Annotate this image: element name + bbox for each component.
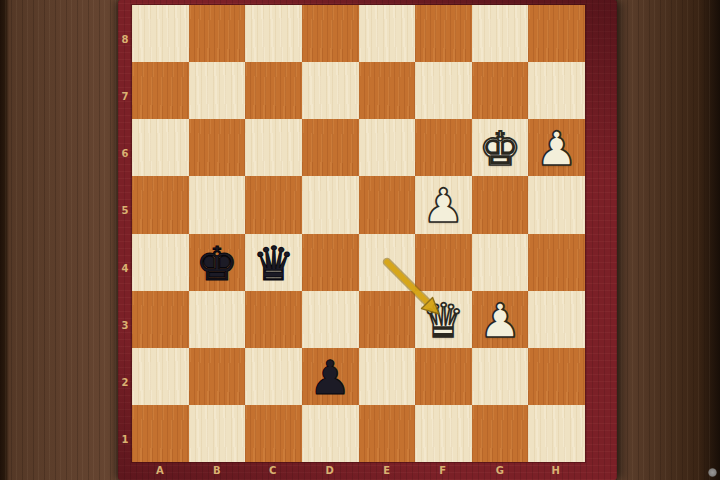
- square-g2[interactable]: [472, 348, 529, 405]
- square-b6[interactable]: [189, 119, 246, 176]
- square-e1[interactable]: [359, 405, 416, 462]
- square-f8[interactable]: [415, 5, 472, 62]
- square-a5[interactable]: [132, 176, 189, 233]
- file-label-c: C: [245, 465, 301, 477]
- square-h8[interactable]: [528, 5, 585, 62]
- square-b4[interactable]: ♚: [189, 234, 246, 291]
- square-c1[interactable]: [245, 405, 302, 462]
- square-e6[interactable]: [359, 119, 416, 176]
- square-b3[interactable]: [189, 291, 246, 348]
- square-g1[interactable]: [472, 405, 529, 462]
- file-label-h: H: [528, 465, 584, 477]
- square-h6[interactable]: ♟: [528, 119, 585, 176]
- square-g4[interactable]: [472, 234, 529, 291]
- square-f1[interactable]: [415, 405, 472, 462]
- square-g7[interactable]: [472, 62, 529, 119]
- square-c3[interactable]: [245, 291, 302, 348]
- square-a1[interactable]: [132, 405, 189, 462]
- square-d5[interactable]: [302, 176, 359, 233]
- square-a8[interactable]: [132, 5, 189, 62]
- square-c2[interactable]: [245, 348, 302, 405]
- piece-white-queen[interactable]: ♛: [422, 297, 464, 344]
- square-f6[interactable]: [415, 119, 472, 176]
- square-b5[interactable]: [189, 176, 246, 233]
- file-label-g: G: [472, 465, 528, 477]
- file-label-b: B: [189, 465, 245, 477]
- square-d3[interactable]: [302, 291, 359, 348]
- rank-label-2: 2: [118, 377, 132, 388]
- square-c6[interactable]: [245, 119, 302, 176]
- square-e8[interactable]: [359, 5, 416, 62]
- square-e7[interactable]: [359, 62, 416, 119]
- square-g6[interactable]: ♚: [472, 119, 529, 176]
- square-d2[interactable]: ♟: [302, 348, 359, 405]
- watermark-dot: [708, 468, 717, 477]
- square-f2[interactable]: [415, 348, 472, 405]
- square-g3[interactable]: ♟: [472, 291, 529, 348]
- chess-board: ♚♟♟♚♛♛♟♟: [132, 5, 585, 462]
- piece-black-king[interactable]: ♚: [196, 240, 238, 287]
- square-a4[interactable]: [132, 234, 189, 291]
- square-b8[interactable]: [189, 5, 246, 62]
- square-b1[interactable]: [189, 405, 246, 462]
- square-d8[interactable]: [302, 5, 359, 62]
- rank-label-6: 6: [118, 148, 132, 159]
- square-h3[interactable]: [528, 291, 585, 348]
- rank-label-3: 3: [118, 320, 132, 331]
- square-c5[interactable]: [245, 176, 302, 233]
- rank-label-4: 4: [118, 263, 132, 274]
- square-g8[interactable]: [472, 5, 529, 62]
- board-frame: ♚♟♟♚♛♛♟♟ 87654321ABCDEFGH: [118, 0, 617, 480]
- square-g5[interactable]: [472, 176, 529, 233]
- square-d7[interactable]: [302, 62, 359, 119]
- square-c4[interactable]: ♛: [245, 234, 302, 291]
- piece-black-queen[interactable]: ♛: [252, 240, 294, 287]
- square-h2[interactable]: [528, 348, 585, 405]
- square-b2[interactable]: [189, 348, 246, 405]
- square-a7[interactable]: [132, 62, 189, 119]
- square-e3[interactable]: [359, 291, 416, 348]
- square-h7[interactable]: [528, 62, 585, 119]
- piece-black-pawn[interactable]: ♟: [309, 354, 351, 401]
- square-a2[interactable]: [132, 348, 189, 405]
- square-d1[interactable]: [302, 405, 359, 462]
- square-c8[interactable]: [245, 5, 302, 62]
- piece-white-pawn[interactable]: ♟: [536, 125, 578, 172]
- rank-label-7: 7: [118, 91, 132, 102]
- file-label-d: D: [302, 465, 358, 477]
- piece-white-pawn[interactable]: ♟: [479, 297, 521, 344]
- square-h1[interactable]: [528, 405, 585, 462]
- square-e4[interactable]: [359, 234, 416, 291]
- square-f5[interactable]: ♟: [415, 176, 472, 233]
- rank-label-8: 8: [118, 34, 132, 45]
- square-e5[interactable]: [359, 176, 416, 233]
- square-a6[interactable]: [132, 119, 189, 176]
- square-d6[interactable]: [302, 119, 359, 176]
- rank-label-5: 5: [118, 205, 132, 216]
- file-label-f: F: [415, 465, 471, 477]
- square-f3[interactable]: ♛: [415, 291, 472, 348]
- square-c7[interactable]: [245, 62, 302, 119]
- file-label-a: A: [132, 465, 188, 477]
- square-f4[interactable]: [415, 234, 472, 291]
- square-h4[interactable]: [528, 234, 585, 291]
- piece-white-king[interactable]: ♚: [479, 125, 521, 172]
- square-d4[interactable]: [302, 234, 359, 291]
- square-b7[interactable]: [189, 62, 246, 119]
- square-a3[interactable]: [132, 291, 189, 348]
- square-h5[interactable]: [528, 176, 585, 233]
- rank-label-1: 1: [118, 434, 132, 445]
- square-e2[interactable]: [359, 348, 416, 405]
- piece-white-pawn[interactable]: ♟: [422, 182, 464, 229]
- square-f7[interactable]: [415, 62, 472, 119]
- file-label-e: E: [359, 465, 415, 477]
